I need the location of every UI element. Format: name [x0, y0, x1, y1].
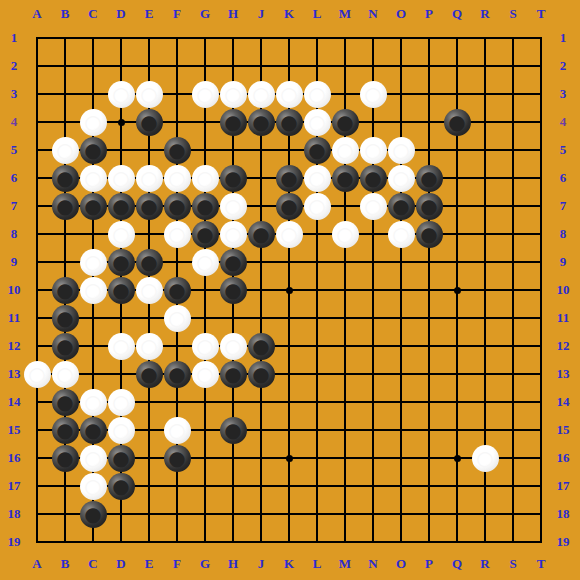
stone-black[interactable]: ●: [52, 165, 79, 192]
column-label: Q: [452, 6, 462, 22]
stone-white[interactable]: ○: [192, 333, 219, 360]
column-label: E: [145, 6, 154, 22]
stone-white[interactable]: ○: [332, 221, 359, 248]
stone-white[interactable]: ○: [108, 81, 135, 108]
row-label: 1: [11, 30, 18, 46]
row-label: 16: [557, 450, 570, 466]
stone-white[interactable]: ○: [192, 361, 219, 388]
stone-black[interactable]: ●: [136, 361, 163, 388]
stone-black[interactable]: ●: [80, 137, 107, 164]
column-label: C: [88, 6, 97, 22]
stone-white[interactable]: ○: [192, 81, 219, 108]
stone-black[interactable]: ●: [192, 221, 219, 248]
stone-black[interactable]: ●: [248, 333, 275, 360]
stone-black[interactable]: ●: [388, 193, 415, 220]
stone-white[interactable]: ○: [136, 277, 163, 304]
column-label: C: [88, 556, 97, 572]
stone-white[interactable]: ○: [80, 389, 107, 416]
stone-black[interactable]: ●: [52, 389, 79, 416]
stone-white[interactable]: ○: [80, 277, 107, 304]
row-label: 5: [560, 142, 567, 158]
stone-black[interactable]: ●: [164, 277, 191, 304]
stone-white[interactable]: ○: [136, 333, 163, 360]
row-label: 4: [11, 114, 18, 130]
column-label: D: [116, 556, 125, 572]
stone-white[interactable]: ○: [388, 137, 415, 164]
column-label: M: [339, 556, 351, 572]
row-label: 17: [8, 478, 21, 494]
column-label: M: [339, 6, 351, 22]
stone-black[interactable]: ●: [164, 193, 191, 220]
stone-black[interactable]: ●: [220, 249, 247, 276]
row-label: 6: [560, 170, 567, 186]
stone-black[interactable]: ●: [416, 193, 443, 220]
row-label: 18: [8, 506, 21, 522]
row-label: 18: [557, 506, 570, 522]
row-label: 14: [557, 394, 570, 410]
column-label: E: [145, 556, 154, 572]
stone-black[interactable]: ●: [248, 109, 275, 136]
row-label: 6: [11, 170, 18, 186]
stone-black[interactable]: ●: [416, 221, 443, 248]
stone-white[interactable]: ○: [388, 165, 415, 192]
column-label: S: [509, 6, 516, 22]
row-label: 12: [557, 338, 570, 354]
stone-black[interactable]: ●: [248, 221, 275, 248]
column-label: Q: [452, 556, 462, 572]
stone-white[interactable]: ○: [108, 417, 135, 444]
stone-white[interactable]: ○: [276, 81, 303, 108]
row-label: 19: [557, 534, 570, 550]
stone-black[interactable]: ●: [220, 277, 247, 304]
stone-white[interactable]: ○: [388, 221, 415, 248]
stone-black[interactable]: ●: [220, 417, 247, 444]
stone-white[interactable]: ○: [304, 81, 331, 108]
stone-white[interactable]: ○: [220, 221, 247, 248]
column-label: B: [61, 6, 70, 22]
row-label: 10: [8, 282, 21, 298]
row-label: 11: [557, 310, 569, 326]
grid-line-horizontal: [36, 373, 542, 375]
stone-black[interactable]: ●: [80, 417, 107, 444]
grid-line-vertical: [540, 37, 542, 543]
column-label: R: [480, 556, 489, 572]
column-label: K: [284, 6, 294, 22]
go-board[interactable]: AABBCCDDEEFFGGHHJJKKLLMMNNOOPPQQRRSSTT11…: [0, 0, 580, 580]
stone-black[interactable]: ●: [416, 165, 443, 192]
column-label: T: [537, 6, 546, 22]
stone-black[interactable]: ●: [164, 361, 191, 388]
column-label: K: [284, 556, 294, 572]
stone-white[interactable]: ○: [164, 221, 191, 248]
column-label: L: [313, 6, 322, 22]
stone-black[interactable]: ●: [276, 109, 303, 136]
column-label: P: [425, 556, 433, 572]
stone-black[interactable]: ●: [136, 249, 163, 276]
grid-line-horizontal: [36, 513, 542, 515]
stone-white[interactable]: ○: [80, 109, 107, 136]
stone-black[interactable]: ●: [220, 361, 247, 388]
stone-black[interactable]: ●: [136, 109, 163, 136]
column-label: S: [509, 556, 516, 572]
stone-black[interactable]: ●: [136, 193, 163, 220]
stone-black[interactable]: ●: [108, 277, 135, 304]
stone-white[interactable]: ○: [360, 193, 387, 220]
row-label: 8: [11, 226, 18, 242]
stone-white[interactable]: ○: [80, 473, 107, 500]
stone-black[interactable]: ●: [360, 165, 387, 192]
grid-line-horizontal: [36, 317, 542, 319]
stone-black[interactable]: ●: [304, 137, 331, 164]
stone-black[interactable]: ●: [52, 193, 79, 220]
stone-white[interactable]: ○: [136, 81, 163, 108]
stone-black[interactable]: ●: [444, 109, 471, 136]
stone-black[interactable]: ●: [52, 445, 79, 472]
stone-white[interactable]: ○: [304, 109, 331, 136]
row-label: 2: [560, 58, 567, 74]
row-label: 11: [8, 310, 20, 326]
row-label: 4: [560, 114, 567, 130]
row-label: 5: [11, 142, 18, 158]
row-label: 7: [11, 198, 18, 214]
column-label: F: [173, 556, 181, 572]
stone-black[interactable]: ●: [164, 445, 191, 472]
stone-white[interactable]: ○: [24, 361, 51, 388]
stone-white[interactable]: ○: [360, 81, 387, 108]
stone-black[interactable]: ●: [276, 193, 303, 220]
stone-black[interactable]: ●: [164, 137, 191, 164]
grid-line-vertical: [400, 37, 402, 543]
stone-white[interactable]: ○: [80, 249, 107, 276]
row-label: 15: [8, 422, 21, 438]
stone-white[interactable]: ○: [164, 417, 191, 444]
stone-white[interactable]: ○: [304, 193, 331, 220]
stone-white[interactable]: ○: [220, 193, 247, 220]
stone-white[interactable]: ○: [108, 165, 135, 192]
stone-white[interactable]: ○: [80, 445, 107, 472]
row-label: 15: [557, 422, 570, 438]
grid-line-vertical: [372, 37, 374, 543]
column-label: A: [32, 556, 41, 572]
stone-white[interactable]: ○: [192, 249, 219, 276]
stone-black[interactable]: ●: [108, 193, 135, 220]
column-label: T: [537, 556, 546, 572]
column-label: P: [425, 6, 433, 22]
column-label: O: [396, 556, 406, 572]
stone-black[interactable]: ●: [52, 417, 79, 444]
stone-black[interactable]: ●: [248, 361, 275, 388]
column-label: D: [116, 6, 125, 22]
stone-black[interactable]: ●: [108, 473, 135, 500]
stone-white[interactable]: ○: [52, 137, 79, 164]
column-label: F: [173, 6, 181, 22]
column-label: L: [313, 556, 322, 572]
stone-white[interactable]: ○: [360, 137, 387, 164]
stone-white[interactable]: ○: [192, 165, 219, 192]
column-label: A: [32, 6, 41, 22]
row-label: 7: [560, 198, 567, 214]
stone-white[interactable]: ○: [220, 333, 247, 360]
column-label: G: [200, 556, 210, 572]
grid-line-vertical: [428, 37, 430, 543]
row-label: 9: [11, 254, 18, 270]
row-label: 13: [557, 366, 570, 382]
column-label: H: [228, 6, 238, 22]
column-label: G: [200, 6, 210, 22]
row-label: 12: [8, 338, 21, 354]
column-label: H: [228, 556, 238, 572]
stone-black[interactable]: ●: [220, 165, 247, 192]
stone-black[interactable]: ●: [52, 333, 79, 360]
row-label: 17: [557, 478, 570, 494]
column-label: N: [368, 556, 377, 572]
grid-line-horizontal: [36, 541, 542, 543]
stone-black[interactable]: ●: [276, 165, 303, 192]
stone-white[interactable]: ○: [108, 389, 135, 416]
column-label: B: [61, 556, 70, 572]
row-label: 16: [8, 450, 21, 466]
row-label: 8: [560, 226, 567, 242]
stone-black[interactable]: ●: [332, 109, 359, 136]
stone-white[interactable]: ○: [52, 361, 79, 388]
row-label: 19: [8, 534, 21, 550]
star-point: [286, 455, 293, 462]
stone-white[interactable]: ○: [220, 81, 247, 108]
stone-black[interactable]: ●: [52, 277, 79, 304]
stone-black[interactable]: ●: [108, 445, 135, 472]
stone-black[interactable]: ●: [52, 305, 79, 332]
stone-white[interactable]: ○: [332, 137, 359, 164]
stone-white[interactable]: ○: [304, 165, 331, 192]
row-label: 14: [8, 394, 21, 410]
stone-black[interactable]: ●: [332, 165, 359, 192]
row-label: 2: [11, 58, 18, 74]
column-label: R: [480, 6, 489, 22]
star-point: [454, 455, 461, 462]
stone-white[interactable]: ○: [136, 165, 163, 192]
stone-black[interactable]: ●: [80, 193, 107, 220]
stone-white[interactable]: ○: [472, 445, 499, 472]
stone-white[interactable]: ○: [164, 305, 191, 332]
row-label: 9: [560, 254, 567, 270]
stone-black[interactable]: ●: [192, 193, 219, 220]
row-label: 1: [560, 30, 567, 46]
stone-white[interactable]: ○: [164, 165, 191, 192]
stone-white[interactable]: ○: [108, 221, 135, 248]
row-label: 13: [8, 366, 21, 382]
row-label: 3: [11, 86, 18, 102]
stone-white[interactable]: ○: [276, 221, 303, 248]
star-point: [118, 119, 125, 126]
row-label: 10: [557, 282, 570, 298]
column-label: J: [258, 556, 265, 572]
stone-black[interactable]: ●: [108, 249, 135, 276]
star-point: [286, 287, 293, 294]
column-label: N: [368, 6, 377, 22]
stone-black[interactable]: ●: [220, 109, 247, 136]
column-label: O: [396, 6, 406, 22]
star-point: [454, 287, 461, 294]
stone-white[interactable]: ○: [108, 333, 135, 360]
stone-black[interactable]: ●: [80, 501, 107, 528]
grid-line-vertical: [512, 37, 514, 543]
stone-white[interactable]: ○: [80, 165, 107, 192]
column-label: J: [258, 6, 265, 22]
row-label: 3: [560, 86, 567, 102]
stone-white[interactable]: ○: [248, 81, 275, 108]
